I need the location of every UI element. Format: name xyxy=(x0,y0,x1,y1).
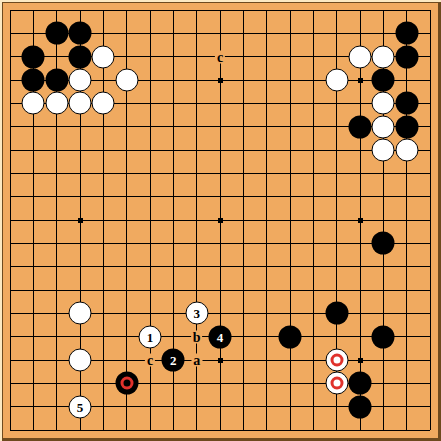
intersection[interactable] xyxy=(372,232,395,255)
intersection[interactable] xyxy=(348,278,371,301)
intersection[interactable] xyxy=(45,45,68,68)
intersection[interactable]: 4 xyxy=(208,325,231,348)
intersection[interactable] xyxy=(278,162,301,185)
intersection[interactable] xyxy=(22,302,45,325)
intersection[interactable] xyxy=(348,325,371,348)
intersection[interactable] xyxy=(232,22,255,45)
intersection[interactable] xyxy=(325,278,348,301)
intersection[interactable] xyxy=(0,325,22,348)
intersection[interactable] xyxy=(45,372,68,395)
intersection[interactable] xyxy=(348,115,371,138)
intersection[interactable] xyxy=(185,208,208,231)
intersection[interactable] xyxy=(232,325,255,348)
intersection[interactable]: 2 xyxy=(162,348,185,371)
intersection[interactable] xyxy=(278,115,301,138)
intersection[interactable] xyxy=(278,255,301,278)
intersection[interactable] xyxy=(302,255,325,278)
intersection[interactable] xyxy=(325,0,348,22)
intersection[interactable] xyxy=(348,348,371,371)
intersection[interactable] xyxy=(115,185,138,208)
intersection[interactable] xyxy=(138,22,161,45)
intersection[interactable] xyxy=(22,255,45,278)
intersection[interactable] xyxy=(0,372,22,395)
intersection[interactable] xyxy=(162,395,185,418)
intersection[interactable] xyxy=(372,115,395,138)
intersection[interactable] xyxy=(185,372,208,395)
intersection[interactable] xyxy=(255,115,278,138)
intersection[interactable] xyxy=(325,115,348,138)
intersection[interactable] xyxy=(302,325,325,348)
intersection[interactable] xyxy=(68,325,91,348)
intersection[interactable] xyxy=(208,278,231,301)
intersection[interactable] xyxy=(348,162,371,185)
intersection[interactable] xyxy=(278,68,301,91)
intersection[interactable] xyxy=(372,372,395,395)
intersection[interactable] xyxy=(115,92,138,115)
intersection[interactable] xyxy=(255,208,278,231)
intersection[interactable] xyxy=(162,0,185,22)
intersection[interactable] xyxy=(68,162,91,185)
intersection[interactable] xyxy=(302,278,325,301)
intersection[interactable] xyxy=(372,22,395,45)
intersection[interactable] xyxy=(45,232,68,255)
intersection[interactable] xyxy=(0,348,22,371)
intersection[interactable] xyxy=(232,0,255,22)
intersection[interactable] xyxy=(418,372,441,395)
intersection[interactable] xyxy=(162,255,185,278)
intersection[interactable] xyxy=(68,372,91,395)
intersection[interactable] xyxy=(22,418,45,441)
intersection[interactable] xyxy=(232,68,255,91)
intersection[interactable] xyxy=(92,232,115,255)
intersection[interactable] xyxy=(372,418,395,441)
intersection[interactable] xyxy=(115,208,138,231)
intersection[interactable] xyxy=(232,92,255,115)
intersection[interactable] xyxy=(22,92,45,115)
intersection[interactable] xyxy=(418,92,441,115)
intersection[interactable] xyxy=(45,418,68,441)
intersection[interactable] xyxy=(22,325,45,348)
intersection[interactable] xyxy=(395,22,418,45)
intersection[interactable] xyxy=(115,68,138,91)
intersection[interactable] xyxy=(68,68,91,91)
intersection[interactable] xyxy=(325,22,348,45)
intersection[interactable] xyxy=(302,0,325,22)
intersection[interactable] xyxy=(232,185,255,208)
intersection[interactable] xyxy=(255,185,278,208)
intersection[interactable] xyxy=(68,348,91,371)
intersection[interactable] xyxy=(68,45,91,68)
intersection[interactable] xyxy=(0,185,22,208)
intersection[interactable] xyxy=(418,22,441,45)
intersection[interactable] xyxy=(348,372,371,395)
intersection[interactable] xyxy=(418,185,441,208)
intersection[interactable] xyxy=(372,208,395,231)
intersection[interactable] xyxy=(395,278,418,301)
intersection[interactable] xyxy=(68,92,91,115)
intersection[interactable] xyxy=(255,162,278,185)
intersection[interactable] xyxy=(395,68,418,91)
intersection[interactable] xyxy=(92,45,115,68)
intersection[interactable] xyxy=(22,395,45,418)
intersection[interactable] xyxy=(0,138,22,161)
intersection[interactable] xyxy=(278,372,301,395)
intersection[interactable] xyxy=(418,278,441,301)
intersection[interactable] xyxy=(138,138,161,161)
intersection[interactable]: 3 xyxy=(185,302,208,325)
intersection[interactable] xyxy=(395,418,418,441)
intersection[interactable] xyxy=(418,325,441,348)
intersection[interactable] xyxy=(45,325,68,348)
intersection[interactable] xyxy=(162,418,185,441)
intersection[interactable] xyxy=(92,92,115,115)
intersection[interactable] xyxy=(138,185,161,208)
intersection[interactable] xyxy=(22,185,45,208)
intersection[interactable] xyxy=(395,45,418,68)
intersection[interactable] xyxy=(372,45,395,68)
intersection[interactable] xyxy=(325,68,348,91)
intersection[interactable] xyxy=(115,302,138,325)
intersection[interactable] xyxy=(418,45,441,68)
intersection[interactable] xyxy=(395,395,418,418)
intersection[interactable] xyxy=(45,115,68,138)
intersection[interactable] xyxy=(255,0,278,22)
intersection[interactable] xyxy=(208,92,231,115)
intersection[interactable] xyxy=(185,278,208,301)
intersection[interactable]: 5 xyxy=(68,395,91,418)
intersection[interactable] xyxy=(185,185,208,208)
intersection[interactable] xyxy=(185,232,208,255)
intersection[interactable] xyxy=(232,372,255,395)
intersection[interactable] xyxy=(162,185,185,208)
intersection[interactable] xyxy=(45,22,68,45)
intersection[interactable] xyxy=(208,162,231,185)
intersection[interactable] xyxy=(255,45,278,68)
intersection[interactable] xyxy=(68,302,91,325)
intersection[interactable] xyxy=(68,418,91,441)
intersection[interactable] xyxy=(138,68,161,91)
intersection[interactable] xyxy=(162,325,185,348)
intersection[interactable] xyxy=(418,68,441,91)
intersection[interactable] xyxy=(278,418,301,441)
intersection[interactable] xyxy=(302,138,325,161)
intersection[interactable] xyxy=(115,255,138,278)
intersection[interactable] xyxy=(255,255,278,278)
intersection[interactable] xyxy=(395,302,418,325)
intersection[interactable] xyxy=(232,45,255,68)
intersection[interactable] xyxy=(0,208,22,231)
intersection[interactable] xyxy=(395,232,418,255)
intersection[interactable] xyxy=(348,185,371,208)
intersection[interactable] xyxy=(302,115,325,138)
intersection[interactable] xyxy=(208,22,231,45)
intersection[interactable]: a xyxy=(185,348,208,371)
intersection[interactable] xyxy=(208,302,231,325)
intersection[interactable] xyxy=(185,162,208,185)
intersection[interactable] xyxy=(325,418,348,441)
intersection[interactable] xyxy=(45,395,68,418)
intersection[interactable] xyxy=(278,45,301,68)
intersection[interactable] xyxy=(325,208,348,231)
intersection[interactable] xyxy=(418,232,441,255)
intersection[interactable] xyxy=(115,115,138,138)
intersection[interactable] xyxy=(138,302,161,325)
intersection[interactable] xyxy=(115,45,138,68)
intersection[interactable] xyxy=(232,278,255,301)
intersection[interactable] xyxy=(92,208,115,231)
intersection[interactable] xyxy=(162,22,185,45)
intersection[interactable] xyxy=(162,302,185,325)
intersection[interactable] xyxy=(115,418,138,441)
intersection[interactable] xyxy=(138,278,161,301)
intersection[interactable] xyxy=(68,185,91,208)
intersection[interactable] xyxy=(278,0,301,22)
intersection[interactable] xyxy=(325,372,348,395)
intersection[interactable] xyxy=(138,45,161,68)
intersection[interactable] xyxy=(278,325,301,348)
intersection[interactable] xyxy=(232,115,255,138)
intersection[interactable] xyxy=(68,22,91,45)
intersection[interactable] xyxy=(138,395,161,418)
intersection[interactable] xyxy=(418,302,441,325)
intersection[interactable] xyxy=(302,68,325,91)
intersection[interactable] xyxy=(302,92,325,115)
intersection[interactable] xyxy=(45,0,68,22)
intersection[interactable] xyxy=(208,68,231,91)
intersection[interactable] xyxy=(372,138,395,161)
intersection[interactable] xyxy=(372,185,395,208)
intersection[interactable] xyxy=(92,22,115,45)
intersection[interactable] xyxy=(138,255,161,278)
intersection[interactable] xyxy=(418,255,441,278)
intersection[interactable] xyxy=(348,255,371,278)
intersection[interactable] xyxy=(232,418,255,441)
intersection[interactable] xyxy=(278,278,301,301)
intersection[interactable] xyxy=(395,0,418,22)
intersection[interactable] xyxy=(325,232,348,255)
intersection[interactable] xyxy=(418,348,441,371)
intersection[interactable] xyxy=(45,255,68,278)
intersection[interactable] xyxy=(348,45,371,68)
intersection[interactable] xyxy=(395,138,418,161)
intersection[interactable] xyxy=(0,278,22,301)
intersection[interactable] xyxy=(232,232,255,255)
intersection[interactable] xyxy=(395,348,418,371)
intersection[interactable] xyxy=(138,92,161,115)
intersection[interactable] xyxy=(255,92,278,115)
intersection[interactable] xyxy=(45,138,68,161)
intersection[interactable] xyxy=(325,138,348,161)
intersection[interactable] xyxy=(255,302,278,325)
intersection[interactable] xyxy=(278,232,301,255)
intersection[interactable] xyxy=(278,22,301,45)
intersection[interactable] xyxy=(208,208,231,231)
intersection[interactable] xyxy=(302,208,325,231)
intersection[interactable] xyxy=(92,278,115,301)
intersection[interactable] xyxy=(162,372,185,395)
intersection[interactable] xyxy=(208,348,231,371)
intersection[interactable] xyxy=(348,302,371,325)
intersection[interactable] xyxy=(208,115,231,138)
intersection[interactable] xyxy=(138,418,161,441)
intersection[interactable] xyxy=(22,115,45,138)
intersection[interactable] xyxy=(325,92,348,115)
intersection[interactable] xyxy=(92,418,115,441)
intersection[interactable] xyxy=(185,68,208,91)
intersection[interactable] xyxy=(372,395,395,418)
intersection[interactable] xyxy=(278,302,301,325)
intersection[interactable] xyxy=(372,325,395,348)
intersection[interactable] xyxy=(255,68,278,91)
intersection[interactable] xyxy=(138,372,161,395)
intersection[interactable] xyxy=(68,255,91,278)
intersection[interactable] xyxy=(325,348,348,371)
intersection[interactable] xyxy=(45,185,68,208)
intersection[interactable] xyxy=(232,138,255,161)
intersection[interactable] xyxy=(0,45,22,68)
intersection[interactable] xyxy=(0,0,22,22)
intersection[interactable] xyxy=(395,92,418,115)
intersection[interactable] xyxy=(302,302,325,325)
intersection[interactable] xyxy=(92,162,115,185)
intersection[interactable] xyxy=(185,138,208,161)
intersection[interactable] xyxy=(92,138,115,161)
intersection[interactable]: 1 xyxy=(138,325,161,348)
intersection[interactable] xyxy=(372,255,395,278)
intersection[interactable] xyxy=(278,395,301,418)
intersection[interactable] xyxy=(232,255,255,278)
intersection[interactable] xyxy=(162,278,185,301)
intersection[interactable] xyxy=(395,185,418,208)
intersection[interactable] xyxy=(115,278,138,301)
intersection[interactable] xyxy=(255,138,278,161)
intersection[interactable] xyxy=(208,138,231,161)
intersection[interactable] xyxy=(348,208,371,231)
intersection[interactable] xyxy=(0,68,22,91)
intersection[interactable] xyxy=(325,45,348,68)
intersection[interactable] xyxy=(22,278,45,301)
intersection[interactable] xyxy=(208,255,231,278)
intersection[interactable] xyxy=(162,208,185,231)
intersection[interactable] xyxy=(302,348,325,371)
intersection[interactable] xyxy=(255,395,278,418)
intersection[interactable] xyxy=(115,395,138,418)
intersection[interactable] xyxy=(92,115,115,138)
intersection[interactable] xyxy=(185,45,208,68)
intersection[interactable] xyxy=(208,418,231,441)
intersection[interactable] xyxy=(45,92,68,115)
intersection[interactable] xyxy=(115,162,138,185)
intersection[interactable] xyxy=(278,138,301,161)
intersection[interactable] xyxy=(232,208,255,231)
intersection[interactable] xyxy=(185,0,208,22)
intersection[interactable] xyxy=(92,185,115,208)
intersection[interactable] xyxy=(22,0,45,22)
intersection[interactable] xyxy=(138,162,161,185)
intersection[interactable] xyxy=(0,418,22,441)
intersection[interactable] xyxy=(185,115,208,138)
intersection[interactable] xyxy=(92,68,115,91)
intersection[interactable] xyxy=(0,22,22,45)
intersection[interactable] xyxy=(68,138,91,161)
intersection[interactable] xyxy=(162,68,185,91)
intersection[interactable] xyxy=(0,115,22,138)
intersection[interactable] xyxy=(302,162,325,185)
intersection[interactable] xyxy=(45,162,68,185)
intersection[interactable] xyxy=(208,0,231,22)
intersection[interactable] xyxy=(418,208,441,231)
intersection[interactable] xyxy=(302,372,325,395)
intersection[interactable] xyxy=(418,418,441,441)
intersection[interactable]: c xyxy=(138,348,161,371)
intersection[interactable] xyxy=(325,185,348,208)
intersection[interactable] xyxy=(255,372,278,395)
intersection[interactable] xyxy=(372,348,395,371)
intersection[interactable] xyxy=(22,162,45,185)
intersection[interactable] xyxy=(45,208,68,231)
intersection[interactable] xyxy=(302,232,325,255)
intersection[interactable] xyxy=(325,162,348,185)
intersection[interactable] xyxy=(348,0,371,22)
intersection[interactable] xyxy=(232,162,255,185)
intersection[interactable] xyxy=(255,232,278,255)
intersection[interactable] xyxy=(325,255,348,278)
intersection[interactable] xyxy=(208,395,231,418)
intersection[interactable] xyxy=(0,92,22,115)
intersection[interactable] xyxy=(115,232,138,255)
intersection[interactable] xyxy=(45,278,68,301)
intersection[interactable] xyxy=(138,208,161,231)
intersection[interactable] xyxy=(372,92,395,115)
intersection[interactable] xyxy=(162,92,185,115)
intersection[interactable] xyxy=(138,232,161,255)
intersection[interactable] xyxy=(138,0,161,22)
intersection[interactable] xyxy=(372,68,395,91)
intersection[interactable] xyxy=(325,325,348,348)
intersection[interactable] xyxy=(232,395,255,418)
intersection[interactable] xyxy=(115,348,138,371)
intersection[interactable] xyxy=(22,138,45,161)
intersection[interactable] xyxy=(92,255,115,278)
intersection[interactable] xyxy=(22,232,45,255)
intersection[interactable] xyxy=(185,395,208,418)
intersection[interactable] xyxy=(395,115,418,138)
intersection[interactable]: c xyxy=(208,45,231,68)
intersection[interactable] xyxy=(418,138,441,161)
intersection[interactable] xyxy=(115,372,138,395)
intersection[interactable] xyxy=(395,325,418,348)
intersection[interactable] xyxy=(348,138,371,161)
intersection[interactable] xyxy=(348,22,371,45)
intersection[interactable] xyxy=(372,278,395,301)
intersection[interactable] xyxy=(395,162,418,185)
intersection[interactable] xyxy=(162,162,185,185)
intersection[interactable] xyxy=(162,115,185,138)
intersection[interactable] xyxy=(278,92,301,115)
intersection[interactable] xyxy=(68,0,91,22)
intersection[interactable] xyxy=(92,395,115,418)
intersection[interactable] xyxy=(162,232,185,255)
intersection[interactable] xyxy=(162,45,185,68)
intersection[interactable] xyxy=(22,208,45,231)
intersection[interactable] xyxy=(92,302,115,325)
intersection[interactable] xyxy=(115,0,138,22)
intersection[interactable] xyxy=(302,395,325,418)
intersection[interactable] xyxy=(0,162,22,185)
intersection[interactable] xyxy=(278,348,301,371)
intersection[interactable]: b xyxy=(185,325,208,348)
intersection[interactable] xyxy=(22,45,45,68)
